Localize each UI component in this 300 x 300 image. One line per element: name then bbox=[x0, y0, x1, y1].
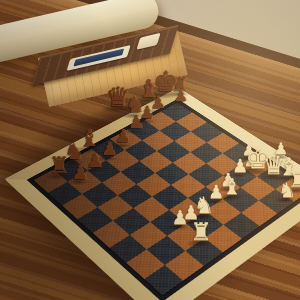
white-pawn[interactable]: ♟ bbox=[171, 208, 190, 227]
piece-ground-shadow bbox=[44, 173, 70, 180]
black-pawn[interactable]: ♟ bbox=[173, 88, 189, 104]
pieces-layer: ♜♞♝♛♞♝♚♜♟♟♟♟♟♟♟♟♚♛♝♜♝♞♜♞♟♟♟♟♟♟♟♟ bbox=[0, 0, 300, 300]
white-rook[interactable]: ♜ bbox=[189, 220, 213, 244]
piece-ground-shadow bbox=[67, 179, 89, 185]
black-pawn[interactable]: ♟ bbox=[71, 163, 90, 182]
piece-ground-shadow bbox=[167, 224, 189, 230]
piece-ground-shadow bbox=[170, 102, 188, 107]
black-rook[interactable]: ♜ bbox=[48, 154, 71, 177]
chess-set-scene: ♜♞♝♛♞♝♚♜♟♟♟♟♟♟♟♟♚♛♝♜♝♞♜♞♟♟♟♟♟♟♟♟ bbox=[0, 0, 300, 300]
white-knight[interactable]: ♞ bbox=[277, 180, 297, 200]
piece-ground-shadow bbox=[185, 240, 213, 247]
piece-ground-shadow bbox=[274, 197, 297, 203]
